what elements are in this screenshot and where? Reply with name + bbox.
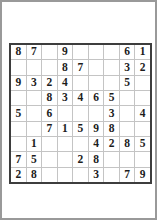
cell-r4c3: 8 <box>42 91 57 105</box>
cell-r8c5: 2 <box>73 152 88 166</box>
cell-r8c7 <box>104 152 119 166</box>
cell-r5c8 <box>120 106 135 120</box>
cell-r3c1: 9 <box>11 76 26 90</box>
cell-r4c9 <box>135 91 150 105</box>
cell-r4c1 <box>11 91 26 105</box>
cell-r3c5 <box>73 76 88 90</box>
cell-r9c6: 3 <box>89 168 104 182</box>
cell-r6c6: 9 <box>89 122 104 136</box>
cell-r1c4: 9 <box>58 45 73 59</box>
cell-r8c9 <box>135 152 150 166</box>
cell-r9c8: 7 <box>120 168 135 182</box>
cell-r7c2: 1 <box>27 137 42 151</box>
cell-r7c1 <box>11 137 26 151</box>
cell-r8c6: 8 <box>89 152 104 166</box>
cell-r5c7: 3 <box>104 106 119 120</box>
cell-r2c6 <box>89 60 104 74</box>
cell-r2c1 <box>11 60 26 74</box>
cell-r7c7: 2 <box>104 137 119 151</box>
cell-r6c7: 8 <box>104 122 119 136</box>
cell-r2c9: 2 <box>135 60 150 74</box>
cell-r5c6 <box>89 106 104 120</box>
cell-r6c1 <box>11 122 26 136</box>
cell-r5c4 <box>58 106 73 120</box>
puzzle-page: 8796187329324583465563471598142857528283… <box>0 0 157 220</box>
cell-r9c9: 9 <box>135 168 150 182</box>
cell-r9c5 <box>73 168 88 182</box>
cell-r4c8 <box>120 91 135 105</box>
cell-r3c9 <box>135 76 150 90</box>
cell-r6c8 <box>120 122 135 136</box>
cell-r1c7 <box>104 45 119 59</box>
cell-r5c9: 4 <box>135 106 150 120</box>
cell-r5c1: 5 <box>11 106 26 120</box>
cell-r2c2 <box>27 60 42 74</box>
cell-r2c3 <box>42 60 57 74</box>
cell-r5c2 <box>27 106 42 120</box>
cell-r1c6 <box>89 45 104 59</box>
cell-r1c2: 7 <box>27 45 42 59</box>
cell-r3c6 <box>89 76 104 90</box>
cell-r7c5 <box>73 137 88 151</box>
cell-r8c2: 5 <box>27 152 42 166</box>
sudoku-board: 8796187329324583465563471598142857528283… <box>9 43 152 184</box>
cell-r1c1: 8 <box>11 45 26 59</box>
cell-r9c2: 8 <box>27 168 42 182</box>
cell-r2c5: 7 <box>73 60 88 74</box>
cell-r6c5: 5 <box>73 122 88 136</box>
cell-r7c8: 8 <box>120 137 135 151</box>
cell-r5c3: 6 <box>42 106 57 120</box>
cell-r4c6: 6 <box>89 91 104 105</box>
cell-r3c4: 4 <box>58 76 73 90</box>
cell-r4c4: 3 <box>58 91 73 105</box>
cell-r1c9: 1 <box>135 45 150 59</box>
cell-r1c3 <box>42 45 57 59</box>
cell-r9c1: 2 <box>11 168 26 182</box>
cell-r6c9 <box>135 122 150 136</box>
cell-r3c2: 3 <box>27 76 42 90</box>
cell-r5c5 <box>73 106 88 120</box>
cell-r8c3 <box>42 152 57 166</box>
cell-r8c1: 7 <box>11 152 26 166</box>
cell-r6c2 <box>27 122 42 136</box>
cell-r7c3 <box>42 137 57 151</box>
cell-r7c9: 5 <box>135 137 150 151</box>
cell-r8c4 <box>58 152 73 166</box>
cell-r8c8 <box>120 152 135 166</box>
cell-r9c4 <box>58 168 73 182</box>
cell-r9c7 <box>104 168 119 182</box>
cell-r7c4 <box>58 137 73 151</box>
cell-r1c8: 6 <box>120 45 135 59</box>
cell-r4c7: 5 <box>104 91 119 105</box>
cell-r4c2 <box>27 91 42 105</box>
cell-r3c8: 5 <box>120 76 135 90</box>
cell-r7c6: 4 <box>89 137 104 151</box>
cell-r9c3 <box>42 168 57 182</box>
cell-r2c7 <box>104 60 119 74</box>
cell-r2c8: 3 <box>120 60 135 74</box>
cell-r6c4: 1 <box>58 122 73 136</box>
cell-r3c7 <box>104 76 119 90</box>
cell-r1c5 <box>73 45 88 59</box>
cell-r6c3: 7 <box>42 122 57 136</box>
cell-r4c5: 4 <box>73 91 88 105</box>
cell-r2c4: 8 <box>58 60 73 74</box>
cell-r3c3: 2 <box>42 76 57 90</box>
